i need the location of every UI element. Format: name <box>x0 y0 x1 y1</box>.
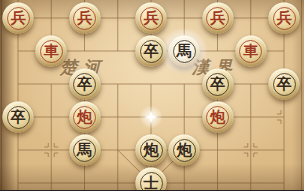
piece-black-soldier[interactable]: 卒 <box>69 69 100 100</box>
piece-red-cannon[interactable]: 炮 <box>202 102 233 133</box>
piece-black-soldier[interactable]: 卒 <box>3 102 34 133</box>
piece-glyph: 卒 <box>77 77 92 92</box>
piece-red-pawn[interactable]: 兵 <box>202 3 233 34</box>
piece-glyph: 卒 <box>277 77 292 92</box>
piece-red-pawn[interactable]: 兵 <box>3 3 34 34</box>
piece-glyph: 車 <box>243 44 258 59</box>
piece-red-cannon[interactable]: 炮 <box>69 102 100 133</box>
piece-glyph: 兵 <box>144 11 159 26</box>
piece-glyph: 馬 <box>177 44 192 59</box>
piece-glyph: 兵 <box>210 11 225 26</box>
piece-glyph: 卒 <box>210 77 225 92</box>
piece-glyph: 炮 <box>177 143 192 158</box>
piece-black-horse[interactable]: 馬 <box>169 36 200 67</box>
piece-red-chariot[interactable]: 車 <box>235 36 266 67</box>
piece-glyph: 兵 <box>11 11 26 26</box>
piece-red-pawn[interactable]: 兵 <box>69 3 100 34</box>
piece-glyph: 車 <box>44 44 59 59</box>
piece-red-pawn[interactable]: 兵 <box>269 3 300 34</box>
piece-glyph: 炮 <box>77 110 92 125</box>
piece-glyph: 炮 <box>210 110 225 125</box>
piece-glyph: 士 <box>144 176 159 191</box>
piece-red-chariot[interactable]: 車 <box>36 36 67 67</box>
xiangqi-board[interactable]: 楚河 漢界 兵兵兵兵兵車卒馬車卒卒卒卒炮炮馬炮炮士 <box>0 0 304 190</box>
piece-glyph: 馬 <box>77 143 92 158</box>
piece-glyph: 卒 <box>11 110 26 125</box>
piece-glyph: 炮 <box>144 143 159 158</box>
piece-black-cannon[interactable]: 炮 <box>169 135 200 166</box>
piece-glyph: 兵 <box>77 11 92 26</box>
piece-black-horse[interactable]: 馬 <box>69 135 100 166</box>
piece-glyph: 卒 <box>144 44 159 59</box>
piece-glyph: 兵 <box>277 11 292 26</box>
piece-black-soldier[interactable]: 卒 <box>269 69 300 100</box>
piece-red-pawn[interactable]: 兵 <box>136 3 167 34</box>
piece-black-soldier[interactable]: 卒 <box>202 69 233 100</box>
piece-black-cannon[interactable]: 炮 <box>136 135 167 166</box>
